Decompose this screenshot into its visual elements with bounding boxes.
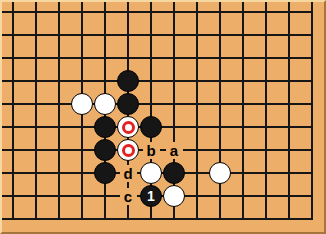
board-intersection-empty [209,1,232,24]
board-intersection-empty [301,116,324,139]
board-intersection-empty [71,24,94,47]
board-intersection [94,93,117,116]
board-intersection-empty [2,185,25,208]
black-stone [94,116,116,138]
board-intersection-empty [232,70,255,93]
board-intersection-empty [48,116,71,139]
board-intersection-empty [232,139,255,162]
board-intersection-empty [186,208,209,231]
board-intersection-empty [186,24,209,47]
board-intersection-empty [301,47,324,70]
board-intersection-empty [117,208,140,231]
board-intersection-empty [278,70,301,93]
board-intersection-empty [186,162,209,185]
board-intersection-empty [2,208,25,231]
board-intersection-empty [48,47,71,70]
board-intersection-empty [209,24,232,47]
board-intersection-empty [117,1,140,24]
board-intersection-empty [94,24,117,47]
move-number-label: 1 [147,189,155,203]
board-intersection-empty [48,1,71,24]
board-intersection-empty [255,1,278,24]
board-intersection-empty [140,47,163,70]
board-intersection-empty [48,185,71,208]
board-intersection-empty [94,70,117,93]
board-intersection-empty [209,70,232,93]
board-intersection-empty [232,24,255,47]
board-intersection [71,93,94,116]
board-intersection-empty [209,93,232,116]
board-intersection-empty [209,208,232,231]
board-intersection-empty [2,1,25,24]
point-label-c: c [120,188,137,205]
board-intersection-empty [278,47,301,70]
board-intersection-empty [232,116,255,139]
board-intersection-empty [94,47,117,70]
board-intersection-empty [2,47,25,70]
white-stone [94,93,116,115]
board-intersection-empty [255,162,278,185]
board-intersection-empty [71,139,94,162]
board-intersection-empty [71,47,94,70]
board-intersection-empty [117,47,140,70]
board-intersection-empty [94,185,117,208]
board-intersection-empty [163,24,186,47]
board-intersection-empty [163,208,186,231]
board-intersection-empty [71,70,94,93]
board-intersection-empty [232,185,255,208]
board-intersection-empty [117,24,140,47]
board-intersection-empty [278,93,301,116]
board-intersection-empty [71,208,94,231]
board-intersection: d [117,162,140,185]
board-intersection-empty [209,139,232,162]
board-intersection-empty [301,1,324,24]
board-intersection-empty [301,185,324,208]
board-intersection-empty [140,70,163,93]
white-stone [163,185,185,207]
board-intersection: b [140,139,163,162]
board-intersection [163,185,186,208]
board-intersection-empty [209,47,232,70]
board-intersection-empty [25,1,48,24]
board-intersection-empty [48,24,71,47]
board-intersection-empty [186,185,209,208]
board-intersection-empty [94,1,117,24]
board-intersection [140,116,163,139]
board-intersection-empty [186,93,209,116]
black-stone [140,116,162,138]
white-stone-circle-marked [117,116,139,138]
go-board-diagram: badc1 [0,0,326,234]
board-intersection-empty [301,93,324,116]
board-intersection-empty [48,70,71,93]
board-intersection-empty [255,139,278,162]
board-intersection-empty [278,139,301,162]
point-label-a: a [166,142,183,159]
white-stone-circle-marked [117,139,139,161]
board-intersection-empty [163,1,186,24]
board-intersection-empty [140,24,163,47]
board-intersection-empty [25,93,48,116]
board-intersection [163,162,186,185]
board-intersection-empty [186,1,209,24]
board-intersection-empty [163,47,186,70]
white-stone [140,162,162,184]
black-stone [94,162,116,184]
black-stone [117,93,139,115]
go-grid: badc1 [2,1,324,231]
white-stone [209,162,231,184]
board-intersection-empty [301,162,324,185]
board-intersection-empty [232,208,255,231]
board-intersection-empty [255,24,278,47]
board-intersection-empty [2,116,25,139]
board-intersection-empty [186,116,209,139]
black-stone-move-1: 1 [140,185,162,207]
board-intersection-empty [278,24,301,47]
board-intersection-empty [255,70,278,93]
board-intersection-empty [278,1,301,24]
board-intersection-empty [232,162,255,185]
board-intersection-empty [25,70,48,93]
board-intersection-empty [48,139,71,162]
board-intersection [117,70,140,93]
board-intersection: a [163,139,186,162]
board-intersection-empty [2,139,25,162]
circle-mark-icon [122,144,135,157]
board-intersection-empty [25,208,48,231]
black-stone [117,70,139,92]
board-intersection-empty [2,162,25,185]
black-stone [94,139,116,161]
board-intersection-empty [25,139,48,162]
board-intersection-empty [71,162,94,185]
board-intersection-empty [140,93,163,116]
board-intersection [94,162,117,185]
board-intersection-empty [48,93,71,116]
board-intersection [140,162,163,185]
board-intersection-empty [163,93,186,116]
board-intersection-empty [2,70,25,93]
board-intersection [117,93,140,116]
board-intersection [94,139,117,162]
board-intersection-empty [278,116,301,139]
board-intersection-empty [301,139,324,162]
board-intersection-empty [209,185,232,208]
board-intersection-empty [71,1,94,24]
board-intersection [117,139,140,162]
board-intersection-empty [255,208,278,231]
point-label-d: d [120,165,137,182]
board-intersection-empty [140,1,163,24]
board-intersection-empty [301,24,324,47]
board-intersection-empty [186,70,209,93]
board-intersection-empty [140,208,163,231]
white-stone [71,93,93,115]
board-intersection-empty [48,162,71,185]
board-intersection-empty [255,185,278,208]
black-stone [163,162,185,184]
board-intersection-empty [301,70,324,93]
board-intersection-empty [255,116,278,139]
board-intersection-empty [163,116,186,139]
circle-mark-icon [122,121,135,134]
board-intersection-empty [232,93,255,116]
board-intersection [94,116,117,139]
board-intersection-empty [186,139,209,162]
board-intersection-empty [278,185,301,208]
point-label-b: b [143,142,160,159]
board-intersection-empty [25,47,48,70]
board-intersection-empty [278,208,301,231]
board-intersection-empty [301,208,324,231]
board-intersection-empty [25,24,48,47]
board-intersection-empty [209,116,232,139]
board-intersection-empty [2,24,25,47]
board-intersection-empty [278,162,301,185]
board-intersection-empty [25,116,48,139]
board-intersection-empty [255,93,278,116]
board-intersection-empty [25,162,48,185]
board-intersection-empty [232,47,255,70]
board-intersection: c [117,185,140,208]
board-intersection-empty [232,1,255,24]
board-intersection [117,116,140,139]
board-intersection [209,162,232,185]
board-intersection-empty [71,185,94,208]
board-intersection-empty [163,70,186,93]
board-intersection-empty [186,47,209,70]
board-intersection-empty [255,47,278,70]
board-intersection-empty [94,208,117,231]
board-intersection: 1 [140,185,163,208]
board-intersection-empty [2,93,25,116]
board-intersection-empty [25,185,48,208]
board-intersection-empty [48,208,71,231]
board-intersection-empty [71,116,94,139]
